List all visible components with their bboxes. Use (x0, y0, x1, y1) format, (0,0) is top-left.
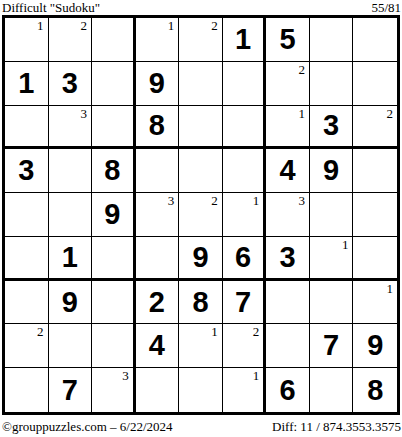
cell-r3c1[interactable] (5, 106, 49, 150)
cell-r3c8[interactable]: 3 (310, 106, 354, 150)
cell-r3c6[interactable] (223, 106, 267, 150)
pencil-mark: 1 (298, 106, 305, 121)
cell-value: 9 (310, 149, 353, 192)
cell-r8c1[interactable]: 2 (5, 324, 49, 368)
difficulty-id: Diff: 11 / 874.3553.3575 (272, 420, 401, 434)
cell-r9c9[interactable]: 8 (353, 368, 397, 412)
cell-r9c6[interactable]: 1 (223, 368, 267, 412)
cell-r6c8[interactable]: 1 (310, 237, 354, 281)
cell-value: 9 (353, 324, 397, 367)
cell-r7c2[interactable]: 9 (49, 281, 93, 325)
pencil-mark: 2 (211, 18, 218, 33)
cell-r6c3[interactable] (92, 237, 136, 281)
cell-r3c7[interactable]: 1 (266, 106, 310, 150)
cell-r4c7[interactable]: 4 (266, 149, 310, 193)
cell-value: 8 (92, 149, 133, 192)
cell-value: 6 (223, 237, 264, 278)
pencil-mark: 3 (298, 193, 305, 208)
cell-r9c2[interactable]: 7 (49, 368, 93, 412)
cell-value: 2 (136, 281, 179, 324)
cell-value: 8 (136, 106, 179, 147)
cell-r2c5[interactable] (179, 62, 223, 106)
cell-r3c9[interactable]: 2 (353, 106, 397, 150)
cell-r5c6[interactable]: 1 (223, 193, 267, 237)
cell-value: 9 (179, 237, 222, 278)
cell-r5c5[interactable]: 2 (179, 193, 223, 237)
cell-r1c4[interactable]: 1 (136, 18, 180, 62)
cell-r8c2[interactable] (49, 324, 93, 368)
cell-r8c3[interactable] (92, 324, 136, 368)
cell-r1c6[interactable]: 1 (223, 18, 267, 62)
cell-value: 9 (92, 193, 133, 236)
cell-r5c1[interactable] (5, 193, 49, 237)
cell-r1c9[interactable] (353, 18, 397, 62)
cell-r2c7[interactable]: 2 (266, 62, 310, 106)
cell-r6c2[interactable]: 1 (49, 237, 93, 281)
cell-r2c2[interactable]: 3 (49, 62, 93, 106)
cell-r4c9[interactable] (353, 149, 397, 193)
cell-r5c2[interactable] (49, 193, 93, 237)
cell-value: 3 (5, 149, 48, 192)
sudoku-board[interactable]: 1212151392381323849932131963192871241279… (2, 15, 400, 415)
cell-r1c5[interactable]: 2 (179, 18, 223, 62)
cell-r7c1[interactable] (5, 281, 49, 325)
cell-r2c8[interactable] (310, 62, 354, 106)
cell-r3c5[interactable] (179, 106, 223, 150)
cell-r4c2[interactable] (49, 149, 93, 193)
pencil-mark: 1 (387, 281, 394, 296)
cell-r5c4[interactable]: 3 (136, 193, 180, 237)
pencil-mark: 2 (253, 324, 260, 339)
cell-r4c6[interactable] (223, 149, 267, 193)
cell-r2c9[interactable] (353, 62, 397, 106)
pencil-mark: 2 (211, 193, 218, 208)
cell-value: 7 (310, 324, 353, 367)
cell-r7c7[interactable] (266, 281, 310, 325)
pencil-mark: 1 (253, 193, 260, 208)
cell-r7c5[interactable]: 8 (179, 281, 223, 325)
cell-r6c5[interactable]: 9 (179, 237, 223, 281)
cell-r1c1[interactable]: 1 (5, 18, 49, 62)
cell-value: 5 (266, 18, 309, 61)
cell-value: 3 (310, 106, 353, 147)
cell-r2c6[interactable] (223, 62, 267, 106)
pencil-mark: 3 (168, 193, 175, 208)
cell-value: 4 (136, 324, 179, 367)
cell-r9c5[interactable] (179, 368, 223, 412)
cell-r7c9[interactable]: 1 (353, 281, 397, 325)
cell-r2c1[interactable]: 1 (5, 62, 49, 106)
cell-r2c4[interactable]: 9 (136, 62, 180, 106)
cell-r4c1[interactable]: 3 (5, 149, 49, 193)
pencil-mark: 2 (387, 106, 394, 121)
cell-value: 9 (136, 62, 179, 105)
pencil-mark: 1 (342, 237, 349, 252)
pencil-mark: 3 (122, 368, 129, 383)
cell-r9c3[interactable]: 3 (92, 368, 136, 412)
cell-r8c9[interactable]: 9 (353, 324, 397, 368)
progress-counter: 55/81 (371, 1, 401, 14)
cell-r6c1[interactable] (5, 237, 49, 281)
cell-r4c3[interactable]: 8 (92, 149, 136, 193)
cell-r8c4[interactable]: 4 (136, 324, 180, 368)
cell-r4c8[interactable]: 9 (310, 149, 354, 193)
cell-r9c1[interactable] (5, 368, 49, 412)
cell-r5c8[interactable] (310, 193, 354, 237)
footer: ©grouppuzzles.com – 6/22/2024 Diff: 11 /… (0, 420, 402, 434)
cell-r7c6[interactable]: 7 (223, 281, 267, 325)
cell-r8c7[interactable] (266, 324, 310, 368)
cell-value: 8 (179, 281, 222, 324)
cell-value: 3 (49, 62, 92, 105)
cell-r1c3[interactable] (92, 18, 136, 62)
pencil-mark: 1 (168, 18, 175, 33)
cell-r4c5[interactable] (179, 149, 223, 193)
page-title: Difficult "Sudoku" (2, 1, 100, 14)
cell-value: 3 (266, 237, 309, 278)
pencil-mark: 1 (253, 368, 260, 383)
cell-r7c4[interactable]: 2 (136, 281, 180, 325)
cell-r8c5[interactable]: 1 (179, 324, 223, 368)
cell-r3c4[interactable]: 8 (136, 106, 180, 150)
cell-r1c2[interactable]: 2 (49, 18, 93, 62)
cell-r5c9[interactable] (353, 193, 397, 237)
cell-value: 1 (5, 62, 48, 105)
cell-value: 1 (223, 18, 264, 61)
pencil-mark: 2 (37, 324, 44, 339)
cell-r5c7[interactable]: 3 (266, 193, 310, 237)
cell-r9c8[interactable] (310, 368, 354, 412)
cell-r2c3[interactable] (92, 62, 136, 106)
cell-r1c8[interactable] (310, 18, 354, 62)
cell-r1c7[interactable]: 5 (266, 18, 310, 62)
sudoku-page: Difficult "Sudoku" 55/81 121215139238132… (0, 0, 402, 437)
cell-r7c8[interactable] (310, 281, 354, 325)
cell-value: 6 (266, 368, 309, 412)
cell-value: 4 (266, 149, 309, 192)
cell-r7c3[interactable] (92, 281, 136, 325)
pencil-mark: 2 (298, 62, 305, 77)
cell-value: 7 (223, 281, 264, 324)
cell-r6c6[interactable]: 6 (223, 237, 267, 281)
cell-value: 9 (49, 281, 92, 324)
cell-r8c6[interactable]: 2 (223, 324, 267, 368)
cell-r3c2[interactable]: 3 (49, 106, 93, 150)
pencil-mark: 1 (211, 324, 218, 339)
cell-r3c3[interactable] (92, 106, 136, 150)
cell-r4c4[interactable] (136, 149, 180, 193)
header: Difficult "Sudoku" 55/81 (0, 0, 402, 14)
pencil-mark: 3 (81, 106, 88, 121)
cell-r6c9[interactable] (353, 237, 397, 281)
cell-r9c7[interactable]: 6 (266, 368, 310, 412)
cell-r6c4[interactable] (136, 237, 180, 281)
cell-r6c7[interactable]: 3 (266, 237, 310, 281)
pencil-mark: 1 (37, 18, 44, 33)
cell-value: 1 (49, 237, 92, 278)
copyright-date: ©grouppuzzles.com – 6/22/2024 (2, 420, 173, 434)
pencil-mark: 2 (81, 18, 88, 33)
cell-r9c4[interactable] (136, 368, 180, 412)
cell-value: 7 (49, 368, 92, 412)
cell-r5c3[interactable]: 9 (92, 193, 136, 237)
cell-value: 8 (353, 368, 397, 412)
cell-r8c8[interactable]: 7 (310, 324, 354, 368)
